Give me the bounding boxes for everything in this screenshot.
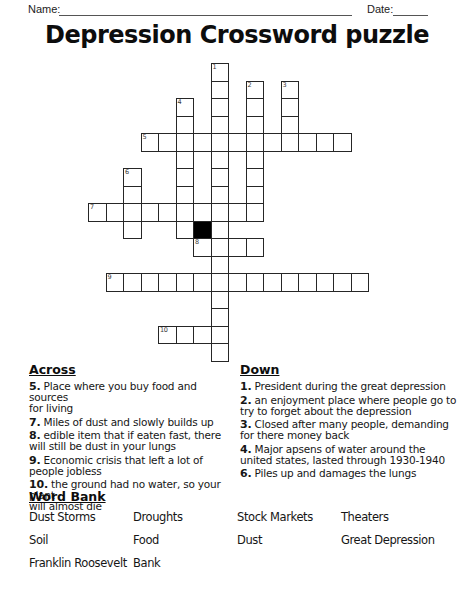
cell-r15c4[interactable]: 10	[158, 326, 177, 345]
cell-r10c9[interactable]	[246, 238, 265, 257]
clue-number-2: 2	[248, 82, 252, 89]
cell-r12c3[interactable]	[141, 273, 160, 292]
cell-r12c15[interactable]	[351, 273, 370, 292]
black-cell	[193, 221, 212, 240]
cell-r4c9[interactable]	[246, 133, 265, 152]
cell-r8c3[interactable]	[141, 203, 160, 222]
cell-r2c11[interactable]	[281, 98, 300, 117]
cell-r8c8[interactable]	[228, 203, 247, 222]
down-clue-text: Major apsens of water around the united …	[240, 443, 445, 466]
down-clue-text: Closed after many people, demanding for …	[240, 418, 449, 441]
cell-r4c5[interactable]	[176, 133, 195, 152]
word-bank-item: Stock Markets	[237, 510, 341, 524]
cell-r12c2[interactable]	[123, 273, 142, 292]
cell-r10c6[interactable]: 8	[193, 238, 212, 257]
cell-r12c7[interactable]	[211, 273, 230, 292]
across-clue-8: 8. edible item that if eaten fast, there…	[29, 430, 238, 452]
word-bank-item: Dust Storms	[29, 510, 133, 524]
cell-r13c7[interactable]	[211, 291, 230, 310]
down-clue-1: 1. President during the great depression	[240, 381, 472, 392]
cell-r8c1[interactable]	[106, 203, 125, 222]
down-clue-text: President during the great depression	[251, 380, 445, 392]
word-bank-item: Soil	[29, 533, 133, 547]
down-clue-4: 4. Major apsens of water around the unit…	[240, 444, 472, 466]
cell-r4c4[interactable]	[158, 133, 177, 152]
cell-r4c3[interactable]: 5	[141, 133, 160, 152]
cell-r4c12[interactable]	[298, 133, 317, 152]
cell-r12c13[interactable]	[316, 273, 335, 292]
cell-r6c2[interactable]: 6	[123, 168, 142, 187]
cell-r9c2[interactable]	[123, 221, 142, 240]
cell-r4c7[interactable]	[211, 133, 230, 152]
cell-r12c12[interactable]	[298, 273, 317, 292]
cell-r5c5[interactable]	[176, 151, 195, 170]
cell-r8c4[interactable]	[158, 203, 177, 222]
cell-r3c11[interactable]	[281, 116, 300, 135]
cell-r12c1[interactable]: 9	[106, 273, 125, 292]
date-label: Date:	[367, 3, 393, 15]
cell-r8c2[interactable]	[123, 203, 142, 222]
across-header: Across	[29, 362, 238, 377]
cell-r12c14[interactable]	[333, 273, 352, 292]
cell-r6c9[interactable]	[246, 168, 265, 187]
cell-r8c7[interactable]	[211, 203, 230, 222]
cell-r4c6[interactable]	[193, 133, 212, 152]
cell-r8c5[interactable]	[176, 203, 195, 222]
cell-r12c4[interactable]	[158, 273, 177, 292]
word-bank-item: Dust	[237, 533, 341, 547]
word-bank-item: Theaters	[341, 510, 453, 524]
crossword-grid: 12345678910	[88, 63, 369, 361]
cell-r5c9[interactable]	[246, 151, 265, 170]
cell-r7c7[interactable]	[211, 186, 230, 205]
cell-r3c7[interactable]	[211, 116, 230, 135]
clue-number-9: 9	[108, 274, 112, 281]
cell-r9c7[interactable]	[211, 221, 230, 240]
cell-r8c0[interactable]: 7	[88, 203, 107, 222]
cell-r4c11[interactable]	[281, 133, 300, 152]
word-bank-item: Food	[133, 533, 237, 547]
clue-number-10: 10	[160, 327, 167, 334]
cell-r5c7[interactable]	[211, 151, 230, 170]
cell-r12c6[interactable]	[193, 273, 212, 292]
down-clue-text: Piles up and damages the lungs	[251, 467, 416, 479]
cell-r1c11[interactable]: 3	[281, 81, 300, 100]
word-bank-item: Droughts	[133, 510, 237, 524]
cell-r14c7[interactable]	[211, 308, 230, 327]
cell-r6c7[interactable]	[211, 168, 230, 187]
cell-r12c9[interactable]	[246, 273, 265, 292]
cell-r4c10[interactable]	[263, 133, 282, 152]
clue-number-5: 5	[143, 134, 147, 141]
name-label: Name:	[28, 3, 60, 15]
cell-r16c7[interactable]	[211, 343, 230, 362]
date-line[interactable]	[393, 4, 428, 16]
cell-r12c8[interactable]	[228, 273, 247, 292]
page-title: Depression Crossword puzzle	[0, 21, 474, 49]
clue-number-3: 3	[283, 82, 287, 89]
word-bank-item: Great Depression	[341, 533, 453, 547]
cell-r0c7[interactable]: 1	[211, 63, 230, 82]
across-clue-5: 5. Place where you buy food and sources …	[29, 381, 238, 414]
across-clue-text: Miles of dust and slowly builds up	[40, 416, 213, 428]
cell-r11c7[interactable]	[211, 256, 230, 275]
word-bank-item: Franklin Roosevelt	[29, 556, 133, 570]
cell-r15c7[interactable]	[211, 326, 230, 345]
cell-r6c5[interactable]	[176, 168, 195, 187]
word-bank-item: Bank	[133, 556, 237, 570]
cell-r1c7[interactable]	[211, 81, 230, 100]
word-bank-section: Word Bank Dust StormsDroughtsStock Marke…	[29, 489, 453, 570]
down-header: Down	[240, 362, 472, 377]
cell-r2c5[interactable]: 4	[176, 98, 195, 117]
cell-r12c10[interactable]	[263, 273, 282, 292]
across-clue-7: 7. Miles of dust and slowly builds up	[29, 417, 238, 428]
word-bank-list: Dust StormsDroughtsStock MarketsTheaters…	[29, 510, 453, 570]
clue-number-1: 1	[213, 64, 217, 71]
cell-r10c7[interactable]	[211, 238, 230, 257]
cell-r12c11[interactable]	[281, 273, 300, 292]
cell-r12c5[interactable]	[176, 273, 195, 292]
down-clue-6: 6. Piles up and damages the lungs	[240, 468, 472, 479]
cell-r4c8[interactable]	[228, 133, 247, 152]
down-clue-number: 6.	[240, 467, 251, 480]
across-clue-text: edible item that if eaten fast, there wi…	[29, 429, 221, 452]
cell-r7c5[interactable]	[176, 186, 195, 205]
cell-r9c5[interactable]	[176, 221, 195, 240]
across-clue-text: Economic crisis that left a lot of peopl…	[29, 454, 203, 477]
down-clue-list: 1. President during the great depression…	[240, 381, 472, 479]
down-section: Down 1. President during the great depre…	[240, 362, 472, 482]
down-clue-3: 3. Closed after many people, demanding f…	[240, 419, 472, 441]
cell-r7c9[interactable]	[246, 186, 265, 205]
clue-number-4: 4	[178, 99, 182, 106]
cell-r15c5[interactable]	[176, 326, 195, 345]
cell-r10c8[interactable]	[228, 238, 247, 257]
cell-r8c6[interactable]	[193, 203, 212, 222]
cell-r7c2[interactable]	[123, 186, 142, 205]
name-line[interactable]	[59, 4, 352, 16]
cell-r1c9[interactable]: 2	[246, 81, 265, 100]
down-clue-number: 1.	[240, 380, 251, 393]
cell-r3c9[interactable]	[246, 116, 265, 135]
clue-number-7: 7	[90, 204, 94, 211]
cell-r2c7[interactable]	[211, 98, 230, 117]
across-clue-text: Place where you buy food and sources for…	[29, 380, 197, 414]
across-clue-9: 9. Economic crisis that left a lot of pe…	[29, 455, 238, 477]
word-bank-header: Word Bank	[29, 489, 453, 504]
clue-number-8: 8	[195, 239, 199, 246]
cell-r3c5[interactable]	[176, 116, 195, 135]
down-clue-2: 2. an enjoyment place where people go to…	[240, 395, 472, 417]
cell-r8c9[interactable]	[246, 203, 265, 222]
cell-r15c6[interactable]	[193, 326, 212, 345]
cell-r2c9[interactable]	[246, 98, 265, 117]
cell-r4c14[interactable]	[333, 133, 352, 152]
cell-r4c13[interactable]	[316, 133, 335, 152]
across-clue-number: 7.	[29, 416, 40, 429]
down-clue-text: an enjoyment place where people go to tr…	[240, 394, 456, 417]
clue-number-6: 6	[125, 169, 129, 176]
worksheet-page: Name: Date: Depression Crossword puzzle …	[0, 0, 474, 613]
